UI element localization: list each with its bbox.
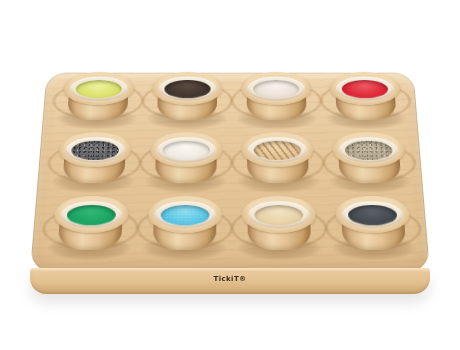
board-cell-r1c4 [320,73,413,133]
pot-charcoal-smooth[interactable] [335,196,413,254]
board-cell-r2c4 [322,133,418,197]
sensory-board [30,73,430,272]
pot-natural-sand[interactable] [242,196,318,254]
pot-dark-brown-smooth[interactable] [151,72,222,124]
board-cell-r2c2 [139,133,232,197]
pot-grey-beads[interactable] [332,132,408,187]
pot-material-white-fluff [162,141,210,160]
board-cell-r2c3 [232,133,325,197]
brand-logo: TickiT® [30,275,430,283]
pot-red-sand[interactable] [329,72,403,124]
board-cell-r3c4 [325,197,423,264]
board-cell-r3c1 [41,197,139,264]
pot-white-fluff[interactable] [149,132,222,187]
pot-material-blue-glitter [160,205,209,225]
product-photo: TickiT® [0,0,460,350]
board-cell-r3c3 [232,197,328,264]
board-cell-r3c2 [136,197,232,264]
pot-green-smooth[interactable] [51,196,129,254]
pot-ridged-wood[interactable] [241,132,315,187]
pot-material-natural-sand [254,205,303,225]
pot-white-grains[interactable] [241,72,313,124]
pot-yellow-green-sand[interactable] [61,72,135,124]
board-cell-r1c1 [51,73,144,133]
board-front-edge: TickiT® [30,268,430,294]
pots-grid [30,73,430,272]
pot-black-gravel[interactable] [56,132,132,187]
board-cell-r1c2 [141,73,231,133]
pot-material-red-sand [341,80,388,98]
pot-material-grey-beads [344,141,393,160]
pot-material-dark-brown-smooth [164,80,211,98]
pot-blue-glitter[interactable] [147,196,223,254]
pot-material-white-grains [253,80,300,98]
board-cell-r2c1 [46,133,141,197]
pot-material-ridged-wood [254,141,302,160]
board-cell-r1c3 [232,73,323,133]
pot-material-charcoal-smooth [348,205,398,225]
